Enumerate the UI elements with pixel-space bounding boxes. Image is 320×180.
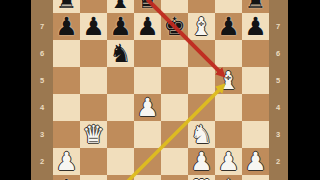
piece-white-pawn-a2[interactable]: ♟ [53, 148, 80, 175]
square-b6[interactable] [80, 40, 107, 67]
piece-black-pawn-a7[interactable]: ♟ [53, 13, 80, 40]
square-b4[interactable] [80, 94, 107, 121]
square-e5[interactable] [161, 67, 188, 94]
square-c2[interactable] [107, 148, 134, 175]
square-e4[interactable] [161, 94, 188, 121]
square-h6[interactable] [242, 40, 269, 67]
rank-label-right-2: 2 [276, 158, 280, 166]
rank-label-right-6: 6 [276, 50, 280, 58]
chess-board: ♜♝♛♜♟♟♟♟♚♝♟♟♞♝♟♛♞♟♟♟♟♝♜♚ [53, 0, 269, 180]
square-d5[interactable] [134, 67, 161, 94]
square-b1[interactable] [80, 175, 107, 180]
rank-label-left-2: 2 [40, 158, 44, 166]
square-a5[interactable] [53, 67, 80, 94]
piece-white-king-g1[interactable]: ♚ [215, 175, 242, 180]
square-f4[interactable] [188, 94, 215, 121]
square-f5[interactable] [188, 67, 215, 94]
piece-black-bishop-a1[interactable]: ♝ [53, 175, 80, 180]
piece-white-pawn-h2[interactable]: ♟ [242, 148, 269, 175]
square-a4[interactable] [53, 94, 80, 121]
rank-label-left-3: 3 [40, 131, 44, 139]
square-c3[interactable] [107, 121, 134, 148]
rank-label-right-7: 7 [276, 23, 280, 31]
square-g6[interactable] [215, 40, 242, 67]
square-h3[interactable] [242, 121, 269, 148]
piece-white-queen-b3[interactable]: ♛ [80, 121, 107, 148]
square-e3[interactable] [161, 121, 188, 148]
rank-label-right-5: 5 [276, 77, 280, 85]
square-g4[interactable] [215, 94, 242, 121]
square-f6[interactable] [188, 40, 215, 67]
piece-black-pawn-d7[interactable]: ♟ [134, 13, 161, 40]
square-g3[interactable] [215, 121, 242, 148]
square-d2[interactable] [134, 148, 161, 175]
square-b5[interactable] [80, 67, 107, 94]
rank-label-left-7: 7 [40, 23, 44, 31]
square-e2[interactable] [161, 148, 188, 175]
rank-label-right-4: 4 [276, 104, 280, 112]
rank-label-left-4: 4 [40, 104, 44, 112]
piece-black-pawn-b7[interactable]: ♟ [80, 13, 107, 40]
left-letterbox-bar [0, 0, 31, 180]
rank-label-left-5: 5 [40, 77, 44, 85]
piece-black-pawn-h7[interactable]: ♟ [242, 13, 269, 40]
square-d1[interactable] [134, 175, 161, 180]
piece-white-pawn-d4[interactable]: ♟ [134, 94, 161, 121]
square-e1[interactable] [161, 175, 188, 180]
rank-label-right-3: 3 [276, 131, 280, 139]
piece-white-knight-f3[interactable]: ♞ [188, 121, 215, 148]
square-c5[interactable] [107, 67, 134, 94]
piece-white-bishop-g5[interactable]: ♝ [215, 67, 242, 94]
square-a3[interactable] [53, 121, 80, 148]
piece-white-rook-f1[interactable]: ♜ [188, 175, 215, 180]
square-h4[interactable] [242, 94, 269, 121]
right-letterbox-bar [288, 0, 320, 180]
piece-black-knight-c6[interactable]: ♞ [107, 40, 134, 67]
square-h5[interactable] [242, 67, 269, 94]
piece-white-bishop-f7[interactable]: ♝ [188, 13, 215, 40]
piece-black-pawn-c7[interactable]: ♟ [107, 13, 134, 40]
rank-label-left-6: 6 [40, 50, 44, 58]
piece-white-pawn-g2[interactable]: ♟ [215, 148, 242, 175]
piece-black-pawn-g7[interactable]: ♟ [215, 13, 242, 40]
square-a6[interactable] [53, 40, 80, 67]
square-d3[interactable] [134, 121, 161, 148]
piece-black-king-e7[interactable]: ♚ [161, 13, 188, 40]
square-d6[interactable] [134, 40, 161, 67]
square-c1[interactable] [107, 175, 134, 180]
piece-white-pawn-f2[interactable]: ♟ [188, 148, 215, 175]
square-b2[interactable] [80, 148, 107, 175]
square-e6[interactable] [161, 40, 188, 67]
square-c4[interactable] [107, 94, 134, 121]
chess-app-screenshot: ♜♝♛♜♟♟♟♟♚♝♟♟♞♝♟♛♞♟♟♟♟♝♜♚ 776655443322 [0, 0, 320, 180]
